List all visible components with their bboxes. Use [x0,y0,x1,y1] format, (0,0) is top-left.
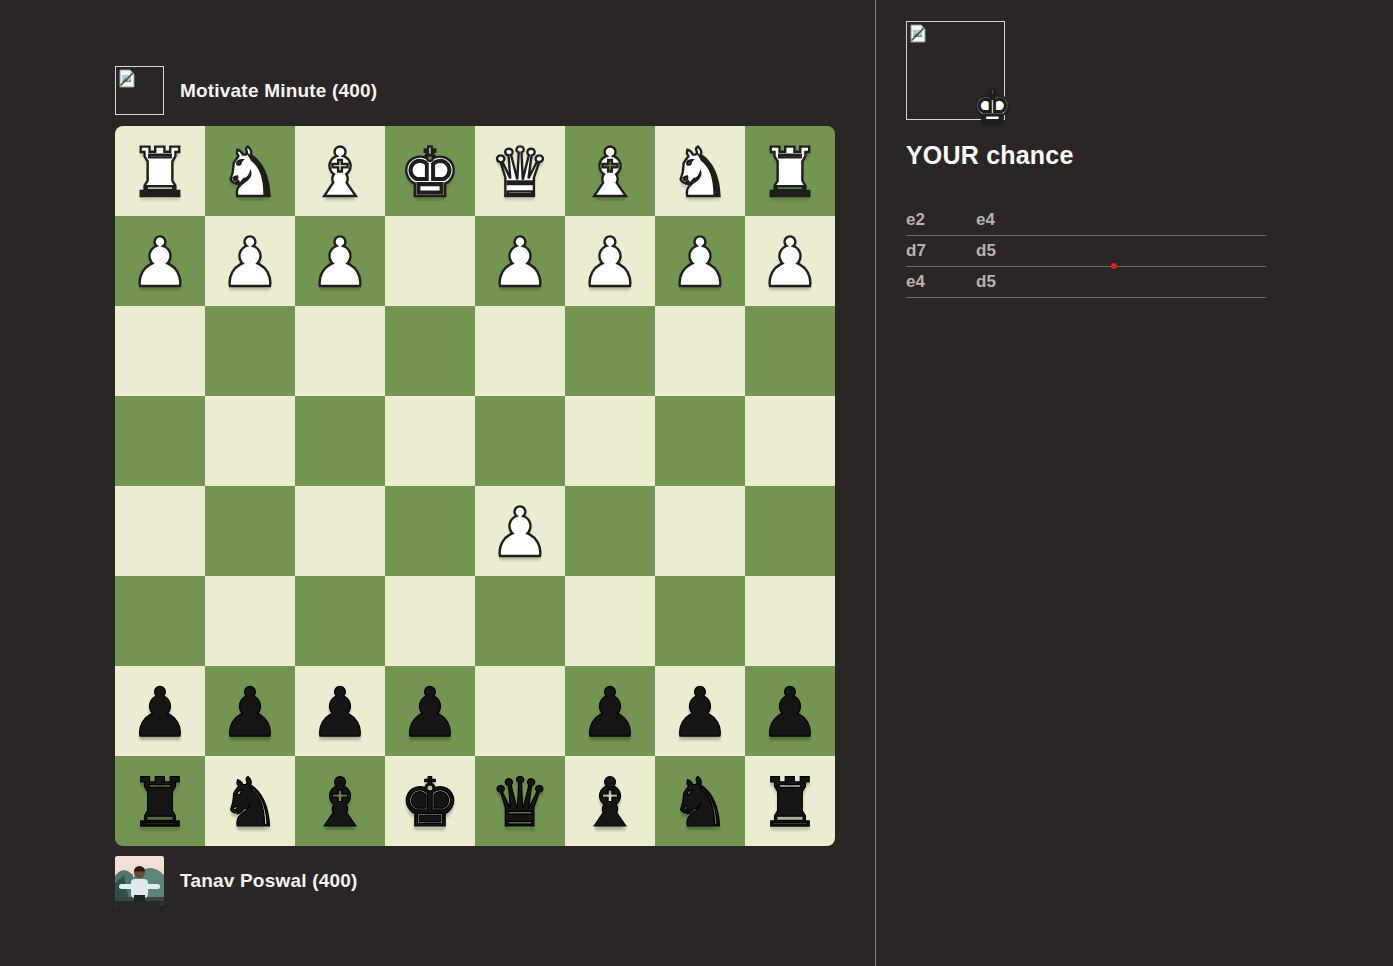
piece-bK: ♚ [385,756,475,846]
piece-wP: ♟ [205,216,295,306]
square-f8[interactable]: ♝ [295,756,385,846]
move-row[interactable]: e4d5 [906,267,1266,298]
square-h4[interactable] [115,396,205,486]
square-f6[interactable] [295,576,385,666]
move-from: e4 [906,272,976,292]
square-c8[interactable]: ♝ [565,756,655,846]
player-top: Motivate Minute (400) [115,66,377,115]
square-a1[interactable]: ♜ [745,126,835,216]
square-e4[interactable] [385,396,475,486]
square-f5[interactable] [295,486,385,576]
piece-wP: ♟ [655,216,745,306]
piece-bQ: ♛ [475,756,565,846]
square-d7[interactable] [475,666,565,756]
move-from: e2 [906,210,976,230]
move-to: d5 [976,241,996,261]
piece-bP: ♟ [745,666,835,756]
move-row[interactable]: e2e4 [906,205,1266,236]
square-c1[interactable]: ♝ [565,126,655,216]
square-f3[interactable] [295,306,385,396]
piece-bP: ♟ [655,666,745,756]
square-a2[interactable]: ♟ [745,216,835,306]
square-e6[interactable] [385,576,475,666]
square-b4[interactable] [655,396,745,486]
square-b7[interactable]: ♟ [655,666,745,756]
square-a6[interactable] [745,576,835,666]
square-d4[interactable] [475,396,565,486]
square-e8[interactable]: ♚ [385,756,475,846]
move-to: e4 [976,210,995,230]
piece-bN: ♞ [655,756,745,846]
square-e7[interactable]: ♟ [385,666,475,756]
piece-wK: ♚ [385,126,475,216]
square-g6[interactable] [205,576,295,666]
piece-wP: ♟ [115,216,205,306]
piece-wN: ♞ [655,126,745,216]
square-f2[interactable]: ♟ [295,216,385,306]
sidebar: ♚ YOUR chance e2e4d7d5e4d5 [876,0,1393,966]
square-h2[interactable]: ♟ [115,216,205,306]
chess-board[interactable]: ♜♞♝♚♛♝♞♜♟♟♟♟♟♟♟♟♟♟♟♟♟♟♟♜♞♝♚♛♝♞♜ [115,126,835,846]
piece-wB: ♝ [565,126,655,216]
square-f1[interactable]: ♝ [295,126,385,216]
square-e3[interactable] [385,306,475,396]
piece-wP: ♟ [475,486,565,576]
square-c5[interactable] [565,486,655,576]
square-e1[interactable]: ♚ [385,126,475,216]
piece-wP: ♟ [565,216,655,306]
square-g3[interactable] [205,306,295,396]
square-d6[interactable] [475,576,565,666]
square-g5[interactable] [205,486,295,576]
piece-wQ: ♛ [475,126,565,216]
square-a8[interactable]: ♜ [745,756,835,846]
white-king-icon: ♚ [972,84,1013,130]
square-h3[interactable] [115,306,205,396]
square-d8[interactable]: ♛ [475,756,565,846]
square-a7[interactable]: ♟ [745,666,835,756]
square-a4[interactable] [745,396,835,486]
square-h6[interactable] [115,576,205,666]
piece-bB: ♝ [295,756,385,846]
square-b6[interactable] [655,576,745,666]
square-h5[interactable] [115,486,205,576]
square-e2[interactable] [385,216,475,306]
square-d3[interactable] [475,306,565,396]
sidebar-image-box: ♚ [906,21,1005,120]
piece-wB: ♝ [295,126,385,216]
square-d1[interactable]: ♛ [475,126,565,216]
player-top-avatar[interactable] [115,66,164,115]
piece-bR: ♜ [115,756,205,846]
move-from: d7 [906,241,976,261]
square-b3[interactable] [655,306,745,396]
square-b1[interactable]: ♞ [655,126,745,216]
piece-bP: ♟ [385,666,475,756]
square-a3[interactable] [745,306,835,396]
square-c4[interactable] [565,396,655,486]
move-to: d5 [976,272,996,292]
player-bottom-name: Tanav Poswal (400) [180,870,358,892]
broken-image-icon [909,24,928,43]
square-c6[interactable] [565,576,655,666]
move-row[interactable]: d7d5 [906,236,1266,267]
piece-bB: ♝ [565,756,655,846]
piece-wP: ♟ [745,216,835,306]
square-f4[interactable] [295,396,385,486]
square-g8[interactable]: ♞ [205,756,295,846]
piece-wR: ♜ [115,126,205,216]
piece-bR: ♜ [745,756,835,846]
square-f7[interactable]: ♟ [295,666,385,756]
broken-image-icon [118,69,137,88]
square-d2[interactable]: ♟ [475,216,565,306]
player-photo [115,856,164,905]
square-c7[interactable]: ♟ [565,666,655,756]
square-c3[interactable] [565,306,655,396]
move-list: e2e4d7d5e4d5 [906,205,1266,298]
square-b2[interactable]: ♟ [655,216,745,306]
square-g2[interactable]: ♟ [205,216,295,306]
piece-bN: ♞ [205,756,295,846]
player-top-name: Motivate Minute (400) [180,80,377,102]
square-b5[interactable] [655,486,745,576]
square-e5[interactable] [385,486,475,576]
square-c2[interactable]: ♟ [565,216,655,306]
piece-bP: ♟ [295,666,385,756]
piece-wP: ♟ [475,216,565,306]
panel-heading: YOUR chance [906,141,1074,170]
piece-wP: ♟ [295,216,385,306]
piece-wN: ♞ [205,126,295,216]
piece-wR: ♜ [745,126,835,216]
player-bottom-avatar[interactable] [115,856,164,905]
piece-bP: ♟ [205,666,295,756]
player-bottom: Tanav Poswal (400) [115,856,358,905]
piece-bP: ♟ [565,666,655,756]
piece-bP: ♟ [115,666,205,756]
square-g1[interactable]: ♞ [205,126,295,216]
square-h8[interactable]: ♜ [115,756,205,846]
square-g7[interactable]: ♟ [205,666,295,756]
square-a5[interactable] [745,486,835,576]
square-h1[interactable]: ♜ [115,126,205,216]
square-h7[interactable]: ♟ [115,666,205,756]
square-d5[interactable]: ♟ [475,486,565,576]
square-b8[interactable]: ♞ [655,756,745,846]
square-g4[interactable] [205,396,295,486]
